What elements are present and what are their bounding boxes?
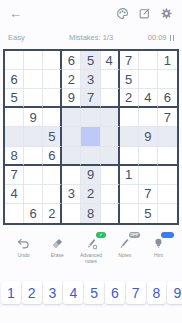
cell-r5c7[interactable]: [120, 127, 139, 146]
hint-label: Hint: [154, 252, 163, 258]
cell-r4c6[interactable]: [101, 108, 120, 127]
cell-r3c3[interactable]: [43, 89, 62, 108]
cell-r7c4[interactable]: [62, 166, 81, 185]
cell-r7c6[interactable]: [101, 166, 120, 185]
cell-r4c2[interactable]: 9: [24, 108, 43, 127]
cell-r7c8[interactable]: [139, 166, 158, 185]
cell-r9c7[interactable]: [120, 204, 139, 223]
cell-r9c1[interactable]: [5, 204, 24, 223]
top-bar-icons: [116, 7, 173, 20]
back-button[interactable]: ←: [9, 7, 22, 20]
cell-r4c4[interactable]: [62, 108, 81, 127]
advanced-notes-button[interactable]: ✓ Advanced notes: [75, 236, 108, 264]
cell-r2c5[interactable]: 3: [81, 70, 100, 89]
cell-r2c9[interactable]: [158, 70, 177, 89]
cell-r3c4[interactable]: 9: [62, 89, 81, 108]
advanced-notes-badge: ✓: [96, 232, 106, 238]
palette-theme-icon[interactable]: [116, 7, 129, 20]
cell-r5c8[interactable]: 9: [139, 127, 158, 146]
eraser-icon: [51, 237, 64, 250]
cell-r7c9[interactable]: [158, 166, 177, 185]
cell-r6c2[interactable]: [24, 147, 43, 166]
cell-r1c8[interactable]: [139, 51, 158, 70]
notes-label: Notes: [118, 252, 131, 258]
cell-r9c3[interactable]: 2: [43, 204, 62, 223]
settings-gear-icon[interactable]: [160, 7, 173, 20]
sudoku-app: ←: [0, 0, 182, 323]
cell-r3c5[interactable]: 7: [81, 89, 100, 108]
advanced-notes-pencil-icon: [85, 237, 98, 250]
cell-r6c5[interactable]: [81, 147, 100, 166]
cell-r9c2[interactable]: 6: [24, 204, 43, 223]
numpad-7[interactable]: 7: [126, 281, 146, 304]
cell-r8c9[interactable]: [158, 185, 177, 204]
cell-r8c1[interactable]: 4: [5, 185, 24, 204]
hint-button[interactable]: Hint: [142, 236, 175, 264]
numpad-2[interactable]: 2: [22, 281, 42, 304]
undo-icon: [17, 237, 30, 250]
notes-button[interactable]: OFF Notes: [108, 236, 141, 264]
cell-r6c6[interactable]: [101, 147, 120, 166]
erase-button[interactable]: Erase: [41, 236, 74, 264]
cell-r9c8[interactable]: 5: [139, 204, 158, 223]
numpad-8[interactable]: 8: [147, 281, 167, 304]
numpad-6[interactable]: 6: [105, 281, 125, 304]
cell-r8c8[interactable]: 7: [139, 185, 158, 204]
cell-r7c7[interactable]: 1: [120, 166, 139, 185]
cell-r2c3[interactable]: [43, 70, 62, 89]
cell-r1c7[interactable]: 7: [120, 51, 139, 70]
numpad-4[interactable]: 4: [63, 281, 83, 304]
mistakes-counter: Mistakes: 1/3: [57, 33, 125, 42]
numpad-1[interactable]: 1: [1, 281, 21, 304]
cell-r3c1[interactable]: 5: [5, 89, 24, 108]
cell-r6c1[interactable]: 8: [5, 147, 24, 166]
cell-r1c4[interactable]: 6: [62, 51, 81, 70]
cell-r8c5[interactable]: 2: [81, 185, 100, 204]
cell-r1c2[interactable]: [24, 51, 43, 70]
cell-r2c6[interactable]: [101, 70, 120, 89]
cell-r2c1[interactable]: 6: [5, 70, 24, 89]
cell-r6c4[interactable]: [62, 147, 81, 166]
cell-r4c5[interactable]: [81, 108, 100, 127]
hint-badge: [161, 232, 174, 238]
cell-r3c9[interactable]: 6: [158, 89, 177, 108]
cell-r1c3[interactable]: [43, 51, 62, 70]
pause-button[interactable]: [170, 35, 175, 41]
top-bar: ←: [0, 0, 182, 21]
cell-r9c5[interactable]: 8: [81, 204, 100, 223]
numpad-9[interactable]: 9: [167, 281, 182, 304]
cell-r2c8[interactable]: [139, 70, 158, 89]
cell-r1c5[interactable]: 5: [81, 51, 100, 70]
cell-r4c9[interactable]: 7: [158, 108, 177, 127]
cell-r6c7[interactable]: [120, 147, 139, 166]
cell-r1c9[interactable]: 1: [158, 51, 177, 70]
cell-r5c5[interactable]: [81, 127, 100, 146]
status-row: Easy Mistakes: 1/3 00:09: [0, 33, 182, 42]
notes-off-badge: OFF: [129, 232, 140, 238]
advanced-notes-label: Advanced notes: [75, 252, 108, 264]
cell-r3c7[interactable]: 2: [120, 89, 139, 108]
cell-r3c8[interactable]: 4: [139, 89, 158, 108]
cell-r8c4[interactable]: 3: [62, 185, 81, 204]
cell-r5c4[interactable]: [62, 127, 81, 146]
cell-r4c1[interactable]: [5, 108, 24, 127]
numpad: 123456789: [1, 281, 181, 304]
cell-r8c7[interactable]: [120, 185, 139, 204]
cell-r8c3[interactable]: [43, 185, 62, 204]
cell-r3c2[interactable]: [24, 89, 43, 108]
numpad-5[interactable]: 5: [84, 281, 104, 304]
cell-r1c1[interactable]: [5, 51, 24, 70]
cell-r3c6[interactable]: [101, 89, 120, 108]
cell-r2c4[interactable]: 2: [62, 70, 81, 89]
cell-r4c3[interactable]: [43, 108, 62, 127]
cell-r9c6[interactable]: [101, 204, 120, 223]
cell-r2c7[interactable]: 5: [120, 70, 139, 89]
cell-r6c3[interactable]: 6: [43, 147, 62, 166]
cell-r4c8[interactable]: [139, 108, 158, 127]
undo-label: Undo: [18, 252, 30, 258]
cell-r8c2[interactable]: [24, 185, 43, 204]
undo-button[interactable]: Undo: [7, 236, 40, 264]
sudoku-board: 65471623559724697598679143276285: [3, 49, 179, 225]
difficulty-label: Easy: [8, 33, 57, 42]
cell-r5c3[interactable]: 5: [43, 127, 62, 146]
toolbar: Undo Erase: [0, 236, 182, 264]
lightbulb-hint-icon: [152, 237, 165, 250]
cell-r5c6[interactable]: [101, 127, 120, 146]
cell-r1c6[interactable]: 4: [101, 51, 120, 70]
cell-r7c3[interactable]: [43, 166, 62, 185]
cell-r7c5[interactable]: 9: [81, 166, 100, 185]
numpad-3[interactable]: 3: [43, 281, 63, 304]
cell-r5c1[interactable]: [5, 127, 24, 146]
cell-r4c7[interactable]: [120, 108, 139, 127]
cell-r5c2[interactable]: [24, 127, 43, 146]
notes-pencil-icon: [118, 237, 131, 250]
cell-r7c1[interactable]: 7: [5, 166, 24, 185]
cell-r9c4[interactable]: [62, 204, 81, 223]
erase-label: Erase: [51, 252, 64, 258]
cell-r6c8[interactable]: [139, 147, 158, 166]
cell-r9c9[interactable]: [158, 204, 177, 223]
cell-r8c6[interactable]: [101, 185, 120, 204]
cell-r2c2[interactable]: [24, 70, 43, 89]
cell-r7c2[interactable]: [24, 166, 43, 185]
cell-r5c9[interactable]: [158, 127, 177, 146]
timer: 00:09: [148, 33, 167, 42]
edit-compose-icon[interactable]: [138, 7, 151, 20]
cell-r6c9[interactable]: [158, 147, 177, 166]
